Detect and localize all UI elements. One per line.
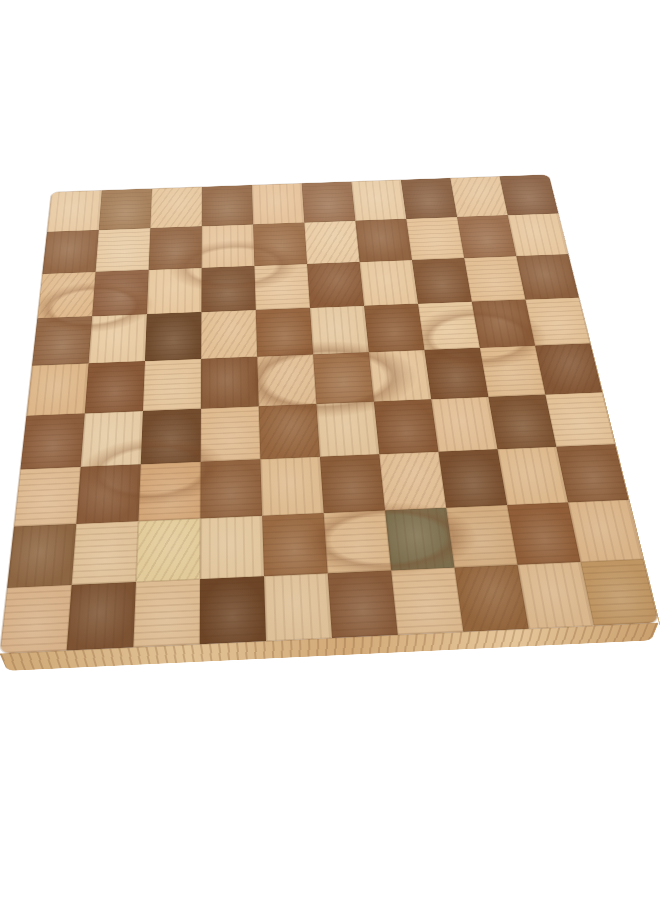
board-square bbox=[99, 189, 152, 230]
board-square bbox=[516, 254, 579, 299]
board-square bbox=[201, 310, 257, 359]
board-square bbox=[264, 573, 332, 641]
board-square bbox=[316, 402, 379, 457]
board-square bbox=[201, 357, 259, 409]
board-square bbox=[500, 175, 559, 215]
board-square bbox=[37, 272, 95, 318]
board-square bbox=[147, 268, 202, 314]
board-square bbox=[200, 576, 266, 644]
board-square bbox=[149, 226, 202, 270]
board-square bbox=[379, 452, 446, 511]
cutting-board bbox=[0, 175, 659, 654]
board-square bbox=[450, 176, 507, 217]
board-square bbox=[47, 190, 102, 231]
board-square bbox=[385, 508, 454, 571]
board-square bbox=[360, 260, 418, 306]
board-square bbox=[472, 300, 535, 348]
board-square bbox=[138, 462, 200, 521]
board-square bbox=[374, 399, 439, 454]
board-square bbox=[72, 521, 139, 585]
board-square bbox=[320, 454, 385, 513]
board-square bbox=[145, 312, 201, 361]
board-square bbox=[364, 304, 424, 353]
board-square bbox=[480, 346, 546, 397]
board-square bbox=[200, 459, 262, 518]
board-square bbox=[418, 302, 480, 350]
board-square bbox=[454, 565, 528, 632]
board-square bbox=[96, 228, 151, 272]
board-square bbox=[260, 457, 323, 516]
board-square bbox=[89, 314, 147, 363]
board-square bbox=[201, 266, 255, 312]
board-square bbox=[535, 343, 602, 394]
board-square bbox=[76, 464, 140, 524]
board-surface bbox=[0, 175, 659, 654]
board-square bbox=[508, 213, 569, 256]
board-square bbox=[254, 264, 310, 310]
board-square bbox=[355, 219, 412, 262]
board-square bbox=[253, 223, 307, 266]
board-square bbox=[259, 404, 320, 459]
board-square bbox=[313, 352, 374, 404]
board-square bbox=[457, 215, 516, 258]
board-square bbox=[141, 409, 201, 465]
board-square bbox=[304, 221, 359, 264]
board-square bbox=[310, 306, 369, 355]
board-square bbox=[307, 262, 364, 308]
board-square bbox=[150, 187, 202, 228]
board-square bbox=[369, 350, 431, 402]
board-square bbox=[252, 183, 304, 224]
board-square bbox=[20, 413, 84, 469]
board-square bbox=[324, 510, 392, 573]
board-square bbox=[0, 585, 72, 654]
board-square bbox=[202, 224, 255, 268]
board-square bbox=[431, 397, 497, 452]
board-square bbox=[412, 258, 472, 304]
board-square bbox=[351, 180, 406, 221]
board-square bbox=[257, 354, 316, 406]
board-square bbox=[302, 182, 356, 223]
board-square bbox=[92, 270, 148, 316]
board-square bbox=[133, 579, 200, 647]
board-square bbox=[391, 568, 463, 635]
board-square bbox=[14, 467, 81, 527]
board-square bbox=[446, 505, 517, 568]
board-square bbox=[7, 524, 76, 588]
board-square bbox=[201, 406, 261, 461]
board-square bbox=[136, 518, 200, 582]
photo-background bbox=[0, 0, 660, 900]
board-square bbox=[406, 217, 464, 260]
board-square bbox=[438, 449, 507, 507]
board-square bbox=[424, 348, 488, 399]
board-square bbox=[32, 316, 92, 365]
board-square bbox=[42, 230, 98, 274]
board-square bbox=[256, 308, 313, 357]
board-square bbox=[200, 516, 264, 579]
board-square bbox=[580, 559, 658, 626]
board-square bbox=[525, 298, 590, 346]
board-square bbox=[401, 178, 457, 219]
board-square bbox=[85, 361, 145, 413]
board-square bbox=[328, 570, 398, 638]
board-square bbox=[202, 185, 253, 226]
board-square bbox=[143, 359, 201, 411]
board-square bbox=[464, 256, 525, 301]
board-square bbox=[81, 411, 143, 467]
board-square bbox=[26, 363, 88, 415]
board-square bbox=[262, 513, 328, 576]
board-square bbox=[67, 582, 136, 650]
